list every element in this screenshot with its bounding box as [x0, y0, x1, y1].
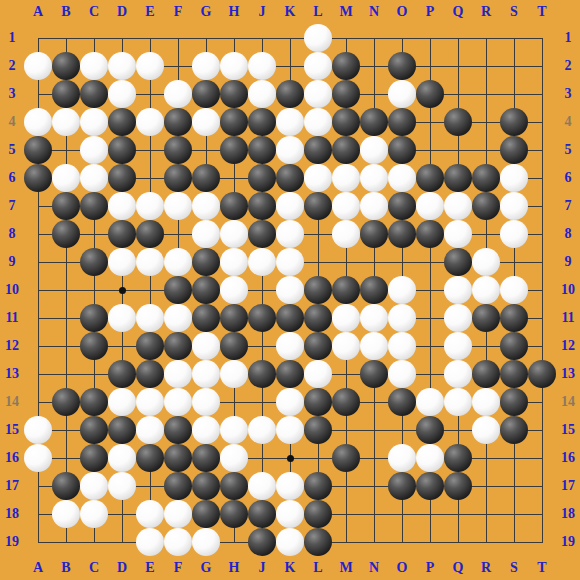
board-cell-B3[interactable] [52, 80, 80, 108]
board-cell-E5[interactable] [136, 136, 164, 164]
board-cell-A7[interactable] [24, 192, 52, 220]
board-cell-L6[interactable] [304, 164, 332, 192]
board-cell-H18[interactable] [220, 500, 248, 528]
board-cell-C4[interactable] [80, 108, 108, 136]
board-cell-J13[interactable] [248, 360, 276, 388]
board-cell-F6[interactable] [164, 164, 192, 192]
board-cell-D17[interactable] [108, 472, 136, 500]
board-cell-T5[interactable] [528, 136, 556, 164]
board-cell-G17[interactable] [192, 472, 220, 500]
board-cell-N5[interactable] [360, 136, 388, 164]
board-cell-G1[interactable] [192, 24, 220, 52]
board-cell-S16[interactable] [500, 444, 528, 472]
board-cell-S18[interactable] [500, 500, 528, 528]
board-cell-J6[interactable] [248, 164, 276, 192]
board-cell-F13[interactable] [164, 360, 192, 388]
board-cell-S11[interactable] [500, 304, 528, 332]
board-cell-H9[interactable] [220, 248, 248, 276]
board-cell-O1[interactable] [388, 24, 416, 52]
board-cell-H7[interactable] [220, 192, 248, 220]
board-cell-O17[interactable] [388, 472, 416, 500]
board-cell-D19[interactable] [108, 528, 136, 556]
board-cell-A9[interactable] [24, 248, 52, 276]
board-cell-E6[interactable] [136, 164, 164, 192]
board-cell-M5[interactable] [332, 136, 360, 164]
board-cell-R15[interactable] [472, 416, 500, 444]
board-cell-C18[interactable] [80, 500, 108, 528]
board-cell-C10[interactable] [80, 276, 108, 304]
board-cell-J12[interactable] [248, 332, 276, 360]
board-cell-Q18[interactable] [444, 500, 472, 528]
board-cell-O13[interactable] [388, 360, 416, 388]
board-cell-F14[interactable] [164, 388, 192, 416]
board-cell-D1[interactable] [108, 24, 136, 52]
board-cell-H15[interactable] [220, 416, 248, 444]
board-cell-M4[interactable] [332, 108, 360, 136]
board-cell-B13[interactable] [52, 360, 80, 388]
board-cell-K11[interactable] [276, 304, 304, 332]
board-cell-N17[interactable] [360, 472, 388, 500]
board-cell-Q17[interactable] [444, 472, 472, 500]
board-cell-L10[interactable] [304, 276, 332, 304]
board-cell-J19[interactable] [248, 528, 276, 556]
board-cell-B8[interactable] [52, 220, 80, 248]
board-cell-T4[interactable] [528, 108, 556, 136]
board-cell-G4[interactable] [192, 108, 220, 136]
board-cell-B15[interactable] [52, 416, 80, 444]
board-cell-S8[interactable] [500, 220, 528, 248]
board-cell-M19[interactable] [332, 528, 360, 556]
board-cell-P16[interactable] [416, 444, 444, 472]
board-cell-L16[interactable] [304, 444, 332, 472]
board-cell-E10[interactable] [136, 276, 164, 304]
board-cell-O11[interactable] [388, 304, 416, 332]
board-cell-O8[interactable] [388, 220, 416, 248]
board-cell-D18[interactable] [108, 500, 136, 528]
board-cell-T6[interactable] [528, 164, 556, 192]
board-cell-A3[interactable] [24, 80, 52, 108]
board-cell-M17[interactable] [332, 472, 360, 500]
board-cell-T14[interactable] [528, 388, 556, 416]
board-cell-N1[interactable] [360, 24, 388, 52]
board-cell-O10[interactable] [388, 276, 416, 304]
board-cell-G6[interactable] [192, 164, 220, 192]
board-cell-N18[interactable] [360, 500, 388, 528]
board-cell-G3[interactable] [192, 80, 220, 108]
board-cell-N3[interactable] [360, 80, 388, 108]
board-cell-H11[interactable] [220, 304, 248, 332]
board-cell-K1[interactable] [276, 24, 304, 52]
board-cell-F19[interactable] [164, 528, 192, 556]
board-cell-T2[interactable] [528, 52, 556, 80]
board-cell-R6[interactable] [472, 164, 500, 192]
board-cell-K7[interactable] [276, 192, 304, 220]
board-cell-A4[interactable] [24, 108, 52, 136]
board-cell-T18[interactable] [528, 500, 556, 528]
board-cell-J5[interactable] [248, 136, 276, 164]
board-cell-P9[interactable] [416, 248, 444, 276]
board-cell-S15[interactable] [500, 416, 528, 444]
board-cell-S13[interactable] [500, 360, 528, 388]
board-cell-N14[interactable] [360, 388, 388, 416]
board-cell-R5[interactable] [472, 136, 500, 164]
board-cell-K14[interactable] [276, 388, 304, 416]
board-cell-D9[interactable] [108, 248, 136, 276]
board-cell-B12[interactable] [52, 332, 80, 360]
board-cell-A12[interactable] [24, 332, 52, 360]
board-cell-Q1[interactable] [444, 24, 472, 52]
board-cell-A6[interactable] [24, 164, 52, 192]
board-cell-H6[interactable] [220, 164, 248, 192]
board-cell-E11[interactable] [136, 304, 164, 332]
board-cell-O4[interactable] [388, 108, 416, 136]
board-cell-K6[interactable] [276, 164, 304, 192]
board-cell-S1[interactable] [500, 24, 528, 52]
board-cell-B5[interactable] [52, 136, 80, 164]
board-cell-M3[interactable] [332, 80, 360, 108]
board-cell-P3[interactable] [416, 80, 444, 108]
board-cell-J4[interactable] [248, 108, 276, 136]
board-cell-R2[interactable] [472, 52, 500, 80]
board-cell-R12[interactable] [472, 332, 500, 360]
board-cell-Q7[interactable] [444, 192, 472, 220]
board-cell-P10[interactable] [416, 276, 444, 304]
board-cell-P14[interactable] [416, 388, 444, 416]
board-cell-M16[interactable] [332, 444, 360, 472]
board-cell-J8[interactable] [248, 220, 276, 248]
board-cell-C6[interactable] [80, 164, 108, 192]
board-cell-Q10[interactable] [444, 276, 472, 304]
board-cell-Q13[interactable] [444, 360, 472, 388]
board-cell-G5[interactable] [192, 136, 220, 164]
board-cell-P8[interactable] [416, 220, 444, 248]
board-cell-M8[interactable] [332, 220, 360, 248]
board-cell-D8[interactable] [108, 220, 136, 248]
board-cell-O3[interactable] [388, 80, 416, 108]
board-cell-Q14[interactable] [444, 388, 472, 416]
board-cell-L15[interactable] [304, 416, 332, 444]
board-cell-J14[interactable] [248, 388, 276, 416]
board-cell-G18[interactable] [192, 500, 220, 528]
board-cell-G14[interactable] [192, 388, 220, 416]
board-cell-N15[interactable] [360, 416, 388, 444]
board-cell-G16[interactable] [192, 444, 220, 472]
board-cell-B11[interactable] [52, 304, 80, 332]
board-cell-P18[interactable] [416, 500, 444, 528]
board-cell-H1[interactable] [220, 24, 248, 52]
board-cell-P19[interactable] [416, 528, 444, 556]
board-cell-N10[interactable] [360, 276, 388, 304]
board-cell-E4[interactable] [136, 108, 164, 136]
board-cell-C2[interactable] [80, 52, 108, 80]
board-cell-G8[interactable] [192, 220, 220, 248]
board-cell-E1[interactable] [136, 24, 164, 52]
board-cell-Q8[interactable] [444, 220, 472, 248]
board-cell-R13[interactable] [472, 360, 500, 388]
board-cell-Q3[interactable] [444, 80, 472, 108]
board-cell-D7[interactable] [108, 192, 136, 220]
board-cell-F16[interactable] [164, 444, 192, 472]
board-cell-E7[interactable] [136, 192, 164, 220]
board-cell-C1[interactable] [80, 24, 108, 52]
board-cell-B6[interactable] [52, 164, 80, 192]
board-cell-M13[interactable] [332, 360, 360, 388]
board-cell-P1[interactable] [416, 24, 444, 52]
board-cell-E14[interactable] [136, 388, 164, 416]
board-cell-O19[interactable] [388, 528, 416, 556]
board-cell-B4[interactable] [52, 108, 80, 136]
board-cell-H2[interactable] [220, 52, 248, 80]
board-cell-P13[interactable] [416, 360, 444, 388]
board-cell-M9[interactable] [332, 248, 360, 276]
board-cell-Q9[interactable] [444, 248, 472, 276]
board-cell-L14[interactable] [304, 388, 332, 416]
board-cell-C8[interactable] [80, 220, 108, 248]
board-cell-P7[interactable] [416, 192, 444, 220]
board-cell-E16[interactable] [136, 444, 164, 472]
board-cell-F4[interactable] [164, 108, 192, 136]
board-cell-A14[interactable] [24, 388, 52, 416]
board-cell-M14[interactable] [332, 388, 360, 416]
board-cell-S7[interactable] [500, 192, 528, 220]
board-cell-C13[interactable] [80, 360, 108, 388]
board-cell-T15[interactable] [528, 416, 556, 444]
board-cell-S4[interactable] [500, 108, 528, 136]
board-cell-S12[interactable] [500, 332, 528, 360]
board-cell-D6[interactable] [108, 164, 136, 192]
board-cell-R4[interactable] [472, 108, 500, 136]
board-cell-C9[interactable] [80, 248, 108, 276]
board-cell-M10[interactable] [332, 276, 360, 304]
board-cell-G11[interactable] [192, 304, 220, 332]
board-cell-P11[interactable] [416, 304, 444, 332]
board-cell-D4[interactable] [108, 108, 136, 136]
board-cell-T19[interactable] [528, 528, 556, 556]
board-cell-G10[interactable] [192, 276, 220, 304]
board-cell-M2[interactable] [332, 52, 360, 80]
board-cell-J3[interactable] [248, 80, 276, 108]
board-cell-R18[interactable] [472, 500, 500, 528]
board-cell-A2[interactable] [24, 52, 52, 80]
board-cell-J7[interactable] [248, 192, 276, 220]
board-cell-C5[interactable] [80, 136, 108, 164]
board-cell-D14[interactable] [108, 388, 136, 416]
board-cell-H13[interactable] [220, 360, 248, 388]
board-cell-T17[interactable] [528, 472, 556, 500]
board-cell-E3[interactable] [136, 80, 164, 108]
board-cell-G15[interactable] [192, 416, 220, 444]
board-cell-J17[interactable] [248, 472, 276, 500]
board-cell-E9[interactable] [136, 248, 164, 276]
board-cell-T11[interactable] [528, 304, 556, 332]
board-cell-Q5[interactable] [444, 136, 472, 164]
board-cell-O9[interactable] [388, 248, 416, 276]
board-cell-C16[interactable] [80, 444, 108, 472]
board-cell-L8[interactable] [304, 220, 332, 248]
board-cell-D5[interactable] [108, 136, 136, 164]
board-cell-K13[interactable] [276, 360, 304, 388]
board-cell-B10[interactable] [52, 276, 80, 304]
board-cell-B2[interactable] [52, 52, 80, 80]
board-cell-K19[interactable] [276, 528, 304, 556]
board-cell-N12[interactable] [360, 332, 388, 360]
board-cell-M7[interactable] [332, 192, 360, 220]
board-cell-L3[interactable] [304, 80, 332, 108]
board-cell-S14[interactable] [500, 388, 528, 416]
board-cell-K10[interactable] [276, 276, 304, 304]
board-cell-O6[interactable] [388, 164, 416, 192]
board-cell-D10[interactable] [108, 276, 136, 304]
board-cell-L12[interactable] [304, 332, 332, 360]
board-cell-L7[interactable] [304, 192, 332, 220]
board-cell-S6[interactable] [500, 164, 528, 192]
board-cell-S5[interactable] [500, 136, 528, 164]
board-cell-T7[interactable] [528, 192, 556, 220]
board-cell-H17[interactable] [220, 472, 248, 500]
board-cell-Q15[interactable] [444, 416, 472, 444]
board-cell-Q4[interactable] [444, 108, 472, 136]
board-cell-E8[interactable] [136, 220, 164, 248]
board-cell-O7[interactable] [388, 192, 416, 220]
board-cell-C7[interactable] [80, 192, 108, 220]
board-cell-L5[interactable] [304, 136, 332, 164]
board-cell-G9[interactable] [192, 248, 220, 276]
board-cell-A16[interactable] [24, 444, 52, 472]
board-cell-M12[interactable] [332, 332, 360, 360]
board-cell-L19[interactable] [304, 528, 332, 556]
board-cell-E13[interactable] [136, 360, 164, 388]
board-cell-O16[interactable] [388, 444, 416, 472]
board-cell-O2[interactable] [388, 52, 416, 80]
board-cell-N9[interactable] [360, 248, 388, 276]
board-cell-K12[interactable] [276, 332, 304, 360]
board-cell-B14[interactable] [52, 388, 80, 416]
board-cell-P2[interactable] [416, 52, 444, 80]
board-cell-K16[interactable] [276, 444, 304, 472]
board-cell-P17[interactable] [416, 472, 444, 500]
board-cell-L17[interactable] [304, 472, 332, 500]
board-cell-H8[interactable] [220, 220, 248, 248]
board-cell-A5[interactable] [24, 136, 52, 164]
board-cell-S2[interactable] [500, 52, 528, 80]
board-cell-H16[interactable] [220, 444, 248, 472]
board-cell-J11[interactable] [248, 304, 276, 332]
board-cell-O18[interactable] [388, 500, 416, 528]
board-cell-L2[interactable] [304, 52, 332, 80]
board-cell-N16[interactable] [360, 444, 388, 472]
board-cell-G12[interactable] [192, 332, 220, 360]
board-cell-L4[interactable] [304, 108, 332, 136]
board-cell-H5[interactable] [220, 136, 248, 164]
board-cell-O12[interactable] [388, 332, 416, 360]
board-cell-R17[interactable] [472, 472, 500, 500]
board-cell-S19[interactable] [500, 528, 528, 556]
board-cell-A18[interactable] [24, 500, 52, 528]
board-cell-F2[interactable] [164, 52, 192, 80]
board-cell-B16[interactable] [52, 444, 80, 472]
board-cell-B9[interactable] [52, 248, 80, 276]
board-cell-M1[interactable] [332, 24, 360, 52]
board-cell-B7[interactable] [52, 192, 80, 220]
board-cell-R16[interactable] [472, 444, 500, 472]
board-cell-S9[interactable] [500, 248, 528, 276]
board-cell-Q16[interactable] [444, 444, 472, 472]
board-cell-T13[interactable] [528, 360, 556, 388]
board-cell-R11[interactable] [472, 304, 500, 332]
board-cell-F17[interactable] [164, 472, 192, 500]
board-cell-P6[interactable] [416, 164, 444, 192]
board-cell-K4[interactable] [276, 108, 304, 136]
board-cell-L9[interactable] [304, 248, 332, 276]
board-cell-N2[interactable] [360, 52, 388, 80]
board-cell-F15[interactable] [164, 416, 192, 444]
board-cell-C3[interactable] [80, 80, 108, 108]
board-cell-F18[interactable] [164, 500, 192, 528]
board-cell-F10[interactable] [164, 276, 192, 304]
board-cell-G13[interactable] [192, 360, 220, 388]
board-cell-P12[interactable] [416, 332, 444, 360]
board-cell-L1[interactable] [304, 24, 332, 52]
board-cell-B1[interactable] [52, 24, 80, 52]
board-cell-M15[interactable] [332, 416, 360, 444]
board-cell-F1[interactable] [164, 24, 192, 52]
board-cell-C17[interactable] [80, 472, 108, 500]
board-cell-Q19[interactable] [444, 528, 472, 556]
board-cell-N11[interactable] [360, 304, 388, 332]
board-cell-F11[interactable] [164, 304, 192, 332]
board-cell-D3[interactable] [108, 80, 136, 108]
board-cell-K3[interactable] [276, 80, 304, 108]
board-cell-C19[interactable] [80, 528, 108, 556]
board-cell-T12[interactable] [528, 332, 556, 360]
board-cell-H10[interactable] [220, 276, 248, 304]
board-cell-N4[interactable] [360, 108, 388, 136]
board-cell-K9[interactable] [276, 248, 304, 276]
board-cell-T8[interactable] [528, 220, 556, 248]
board-cell-H4[interactable] [220, 108, 248, 136]
board-cell-S10[interactable] [500, 276, 528, 304]
board-cell-K17[interactable] [276, 472, 304, 500]
board-cell-C15[interactable] [80, 416, 108, 444]
board-cell-F8[interactable] [164, 220, 192, 248]
board-cell-R10[interactable] [472, 276, 500, 304]
board-cell-D2[interactable] [108, 52, 136, 80]
board-cell-T3[interactable] [528, 80, 556, 108]
board-cell-A11[interactable] [24, 304, 52, 332]
board-cell-G7[interactable] [192, 192, 220, 220]
board-cell-Q12[interactable] [444, 332, 472, 360]
board-cell-S3[interactable] [500, 80, 528, 108]
board-cell-T1[interactable] [528, 24, 556, 52]
board-cell-N7[interactable] [360, 192, 388, 220]
board-cell-J2[interactable] [248, 52, 276, 80]
board-cell-D16[interactable] [108, 444, 136, 472]
board-cell-E17[interactable] [136, 472, 164, 500]
board-cell-D12[interactable] [108, 332, 136, 360]
board-cell-J15[interactable] [248, 416, 276, 444]
board-cell-D15[interactable] [108, 416, 136, 444]
board-cell-K15[interactable] [276, 416, 304, 444]
board-cell-L13[interactable] [304, 360, 332, 388]
board-cell-T16[interactable] [528, 444, 556, 472]
board-cell-A13[interactable] [24, 360, 52, 388]
board-cell-C12[interactable] [80, 332, 108, 360]
board-cell-E19[interactable] [136, 528, 164, 556]
board-cell-J9[interactable] [248, 248, 276, 276]
board-cell-F9[interactable] [164, 248, 192, 276]
board-cell-A17[interactable] [24, 472, 52, 500]
board-cell-F7[interactable] [164, 192, 192, 220]
